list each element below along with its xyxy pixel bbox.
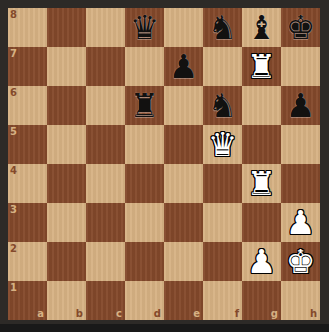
white-rook[interactable]: ♜ — [242, 164, 281, 203]
square-g7[interactable]: ♜ — [242, 47, 281, 86]
square-h3[interactable]: ♟ — [281, 203, 320, 242]
square-e5[interactable] — [164, 125, 203, 164]
rank-label-5: 5 — [10, 125, 17, 138]
black-knight[interactable]: ♞ — [203, 8, 242, 47]
square-d7[interactable] — [125, 47, 164, 86]
square-d5[interactable] — [125, 125, 164, 164]
square-a3[interactable]: 3 — [8, 203, 47, 242]
square-h6[interactable]: ♟ — [281, 86, 320, 125]
black-knight[interactable]: ♞ — [203, 86, 242, 125]
square-e6[interactable] — [164, 86, 203, 125]
square-a6[interactable]: 6 — [8, 86, 47, 125]
black-queen[interactable]: ♛ — [125, 8, 164, 47]
file-label-a: a — [37, 308, 44, 320]
square-g1[interactable]: g — [242, 281, 281, 320]
square-a1[interactable]: 1a — [8, 281, 47, 320]
square-f6[interactable]: ♞ — [203, 86, 242, 125]
square-f7[interactable] — [203, 47, 242, 86]
file-label-d: d — [154, 308, 161, 320]
rank-label-4: 4 — [10, 164, 17, 177]
rank-label-2: 2 — [10, 242, 17, 255]
square-h2[interactable]: ♚ — [281, 242, 320, 281]
square-d6[interactable]: ♜ — [125, 86, 164, 125]
square-f5[interactable]: ♛ — [203, 125, 242, 164]
square-c1[interactable]: c — [86, 281, 125, 320]
square-c3[interactable] — [86, 203, 125, 242]
square-b4[interactable] — [47, 164, 86, 203]
square-d4[interactable] — [125, 164, 164, 203]
square-b8[interactable] — [47, 8, 86, 47]
chess-board: 8♛♞♝♚7♟♜6♜♞♟5♛4♜3♟2♟♚1abcdefgh — [8, 8, 320, 320]
square-f2[interactable] — [203, 242, 242, 281]
square-b6[interactable] — [47, 86, 86, 125]
square-e7[interactable]: ♟ — [164, 47, 203, 86]
square-e2[interactable] — [164, 242, 203, 281]
square-c4[interactable] — [86, 164, 125, 203]
file-label-b: b — [76, 308, 83, 320]
black-bishop[interactable]: ♝ — [242, 8, 281, 47]
file-label-g: g — [271, 308, 278, 320]
square-d8[interactable]: ♛ — [125, 8, 164, 47]
rank-label-8: 8 — [10, 8, 17, 21]
square-h4[interactable] — [281, 164, 320, 203]
white-pawn[interactable]: ♟ — [242, 242, 281, 281]
square-h7[interactable] — [281, 47, 320, 86]
square-b3[interactable] — [47, 203, 86, 242]
square-a7[interactable]: 7 — [8, 47, 47, 86]
square-c5[interactable] — [86, 125, 125, 164]
square-b1[interactable]: b — [47, 281, 86, 320]
file-label-e: e — [193, 308, 200, 320]
black-king[interactable]: ♚ — [281, 8, 320, 47]
square-c7[interactable] — [86, 47, 125, 86]
white-rook[interactable]: ♜ — [242, 47, 281, 86]
square-g8[interactable]: ♝ — [242, 8, 281, 47]
square-g2[interactable]: ♟ — [242, 242, 281, 281]
file-label-f: f — [235, 308, 239, 320]
black-pawn[interactable]: ♟ — [164, 47, 203, 86]
white-pawn[interactable]: ♟ — [281, 203, 320, 242]
square-g6[interactable] — [242, 86, 281, 125]
square-g3[interactable] — [242, 203, 281, 242]
square-e8[interactable] — [164, 8, 203, 47]
square-b2[interactable] — [47, 242, 86, 281]
rank-label-6: 6 — [10, 86, 17, 99]
square-h1[interactable]: h — [281, 281, 320, 320]
window-bottom-edge — [0, 324, 329, 332]
square-c2[interactable] — [86, 242, 125, 281]
square-a8[interactable]: 8 — [8, 8, 47, 47]
square-f8[interactable]: ♞ — [203, 8, 242, 47]
square-h8[interactable]: ♚ — [281, 8, 320, 47]
square-b7[interactable] — [47, 47, 86, 86]
square-f1[interactable]: f — [203, 281, 242, 320]
square-e1[interactable]: e — [164, 281, 203, 320]
square-d1[interactable]: d — [125, 281, 164, 320]
square-h5[interactable] — [281, 125, 320, 164]
square-f3[interactable] — [203, 203, 242, 242]
square-c8[interactable] — [86, 8, 125, 47]
rank-label-7: 7 — [10, 47, 17, 60]
black-rook[interactable]: ♜ — [125, 86, 164, 125]
square-b5[interactable] — [47, 125, 86, 164]
square-d2[interactable] — [125, 242, 164, 281]
white-queen[interactable]: ♛ — [203, 125, 242, 164]
square-f4[interactable] — [203, 164, 242, 203]
white-king[interactable]: ♚ — [281, 242, 320, 281]
file-label-h: h — [310, 308, 317, 320]
black-pawn[interactable]: ♟ — [281, 86, 320, 125]
square-a5[interactable]: 5 — [8, 125, 47, 164]
square-e4[interactable] — [164, 164, 203, 203]
square-e3[interactable] — [164, 203, 203, 242]
square-d3[interactable] — [125, 203, 164, 242]
square-c6[interactable] — [86, 86, 125, 125]
file-label-c: c — [116, 308, 122, 320]
rank-label-1: 1 — [10, 281, 17, 294]
square-a2[interactable]: 2 — [8, 242, 47, 281]
square-g5[interactable] — [242, 125, 281, 164]
square-a4[interactable]: 4 — [8, 164, 47, 203]
square-g4[interactable]: ♜ — [242, 164, 281, 203]
rank-label-3: 3 — [10, 203, 17, 216]
